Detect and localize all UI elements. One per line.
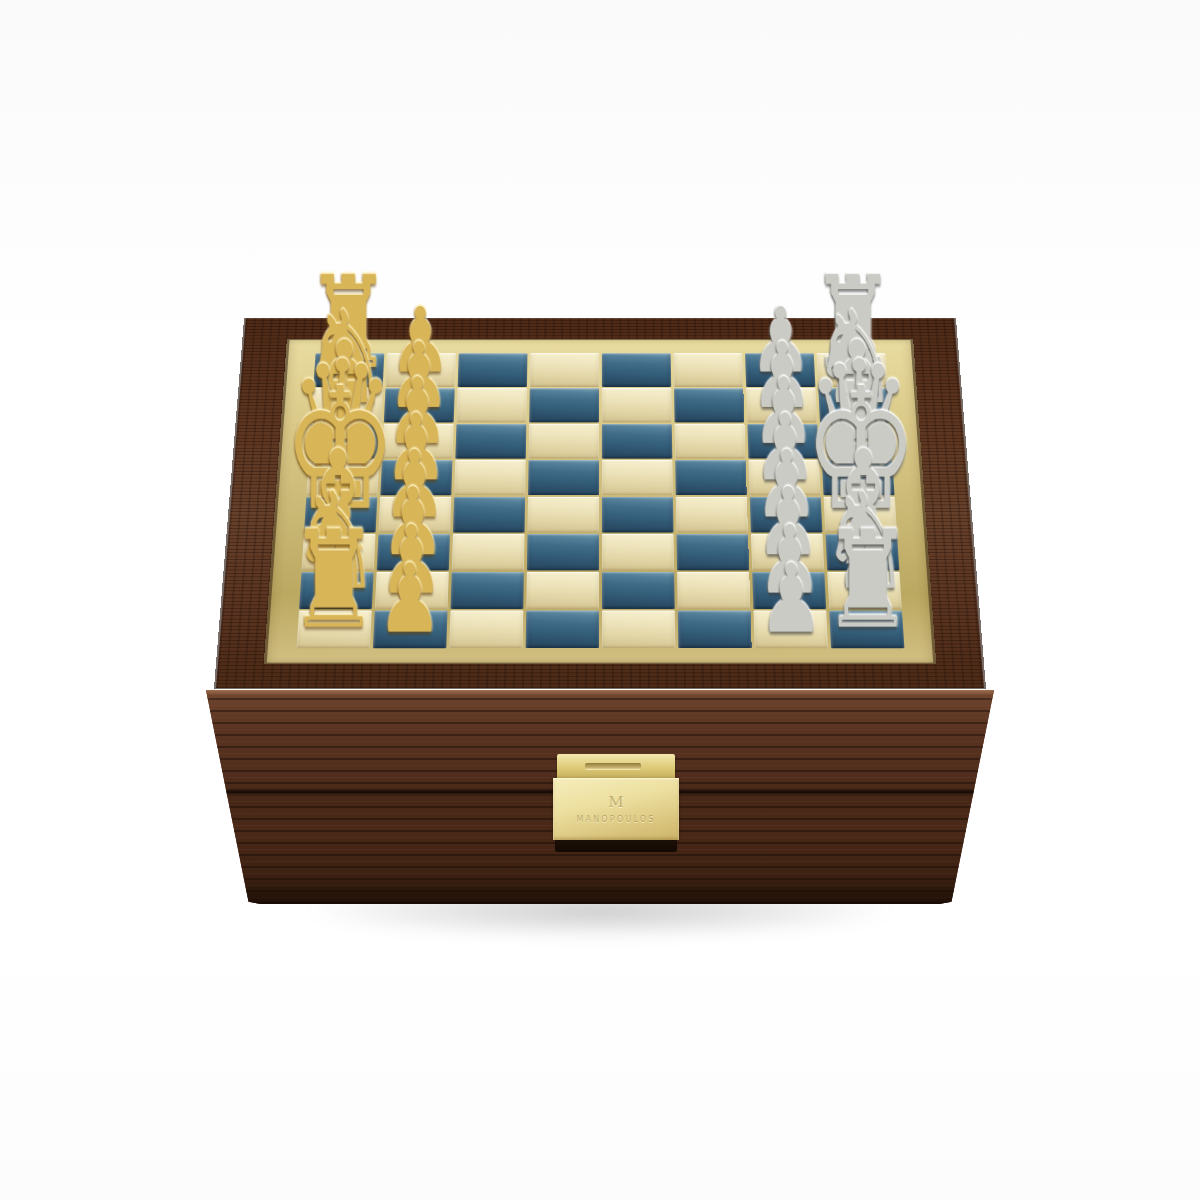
chess-board: ♜♟♟♜♞♟♟♞♝♟♟♝♛♟♟♛♚♟♟♚♝♟♟♝♞♟♟♞♜♟♟♜: [296, 353, 904, 648]
piece-gold-rook: ♜: [287, 517, 379, 645]
board-square: [601, 353, 670, 387]
board-scene: ♜♟♟♜♞♟♟♞♝♟♟♝♛♟♟♛♚♟♟♚♝♟♟♝♞♟♟♞♜♟♟♜: [216, 0, 984, 688]
clasp-plate: M MANOPOULOS: [553, 778, 679, 840]
box-front-face: M MANOPOULOS: [206, 690, 994, 904]
board-square: [455, 424, 526, 459]
board-square: ♟: [753, 610, 828, 648]
board-square: [601, 610, 674, 648]
piece-gold-pawn: ♟: [377, 554, 442, 644]
board-square: [673, 353, 743, 387]
clasp-tab: [557, 754, 675, 780]
lid-front-edge: [206, 690, 994, 699]
board-square: [526, 572, 599, 609]
board-square: [449, 610, 523, 648]
board-square: [674, 388, 744, 422]
piece-silver-pawn: ♟: [758, 554, 823, 644]
clasp-slot: [585, 763, 641, 770]
board-wood-frame: ♜♟♟♜♞♟♟♞♝♟♟♝♛♟♟♛♚♟♟♚♝♟♟♝♞♟♟♞♜♟♟♜: [216, 318, 984, 688]
box-base-shading: [206, 878, 994, 904]
board-square: [529, 353, 598, 387]
board-square: [456, 388, 526, 422]
board-square: [529, 388, 599, 422]
piece-silver-rook: ♜: [821, 517, 913, 645]
board-square: [527, 496, 599, 532]
brass-border: ♜♟♟♜♞♟♟♞♝♟♟♝♛♟♟♛♚♟♟♚♝♟♟♝♞♟♟♞♜♟♟♜: [264, 339, 937, 664]
board-square: [453, 496, 525, 532]
board-square: [528, 460, 599, 495]
product-photo: M MANOPOULOS ♜♟♟♜♞♟♟♞♝♟♟♝♛♟♟♛♚♟♟♚♝♟♟♝♞♟♟…: [0, 0, 1200, 1200]
clasp: M MANOPOULOS: [553, 754, 679, 852]
brand-name: MANOPOULOS: [576, 815, 655, 824]
board-square: [677, 572, 750, 609]
brand-logo: M: [608, 795, 623, 810]
board-square: [451, 534, 524, 570]
board-square: [601, 572, 674, 609]
board-square: [450, 572, 523, 609]
board-square: [601, 534, 673, 570]
board-square: [675, 496, 747, 532]
board-square: ♜: [829, 610, 904, 648]
board-square: [674, 424, 745, 459]
board-square: [526, 534, 598, 570]
board-square: [677, 610, 751, 648]
board-square: [676, 534, 749, 570]
board-square: [454, 460, 526, 495]
board-square: ♜: [296, 610, 371, 648]
board-square: [525, 610, 598, 648]
board-square: [601, 424, 671, 459]
board-square: [675, 460, 747, 495]
board-square: [528, 424, 598, 459]
clasp-shadow: [555, 840, 677, 852]
board-square: [457, 353, 527, 387]
board-square: [601, 460, 672, 495]
board-square: [601, 388, 671, 422]
board-square: [601, 496, 673, 532]
board-square: ♟: [372, 610, 447, 648]
